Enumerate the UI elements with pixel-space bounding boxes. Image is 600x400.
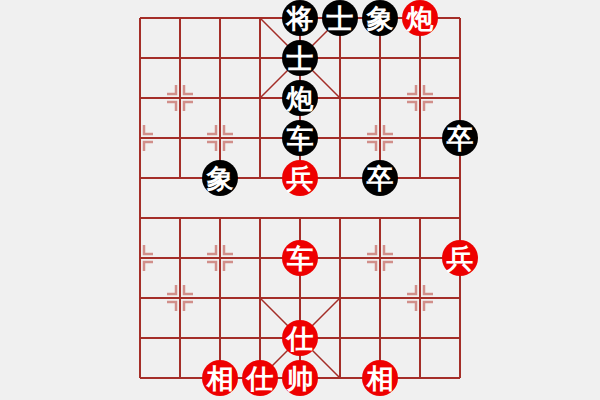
piece-black-soldier[interactable]: 卒 <box>442 120 478 156</box>
piece-red-advisor[interactable]: 仕 <box>282 320 318 356</box>
piece-red-advisor[interactable]: 仕 <box>242 360 278 396</box>
piece-red-elephant[interactable]: 相 <box>362 360 398 396</box>
piece-black-advisor[interactable]: 士 <box>322 0 358 36</box>
piece-black-elephant[interactable]: 象 <box>202 160 238 196</box>
xiangqi-board[interactable]: 将士象炮士炮车卒象兵卒车兵仕相仕帅相 <box>0 0 600 400</box>
piece-red-soldier[interactable]: 兵 <box>282 160 318 196</box>
piece-black-advisor[interactable]: 士 <box>282 40 318 76</box>
piece-red-chariot[interactable]: 车 <box>282 240 318 276</box>
piece-black-cannon[interactable]: 炮 <box>282 80 318 116</box>
pieces-layer: 将士象炮士炮车卒象兵卒车兵仕相仕帅相 <box>0 0 600 400</box>
piece-black-soldier[interactable]: 卒 <box>362 160 398 196</box>
piece-red-elephant[interactable]: 相 <box>202 360 238 396</box>
piece-black-chariot[interactable]: 车 <box>282 120 318 156</box>
piece-red-soldier[interactable]: 兵 <box>442 240 478 276</box>
piece-red-cannon[interactable]: 炮 <box>402 0 438 36</box>
piece-black-elephant[interactable]: 象 <box>362 0 398 36</box>
piece-red-general[interactable]: 帅 <box>282 360 318 396</box>
piece-black-general[interactable]: 将 <box>282 0 318 36</box>
